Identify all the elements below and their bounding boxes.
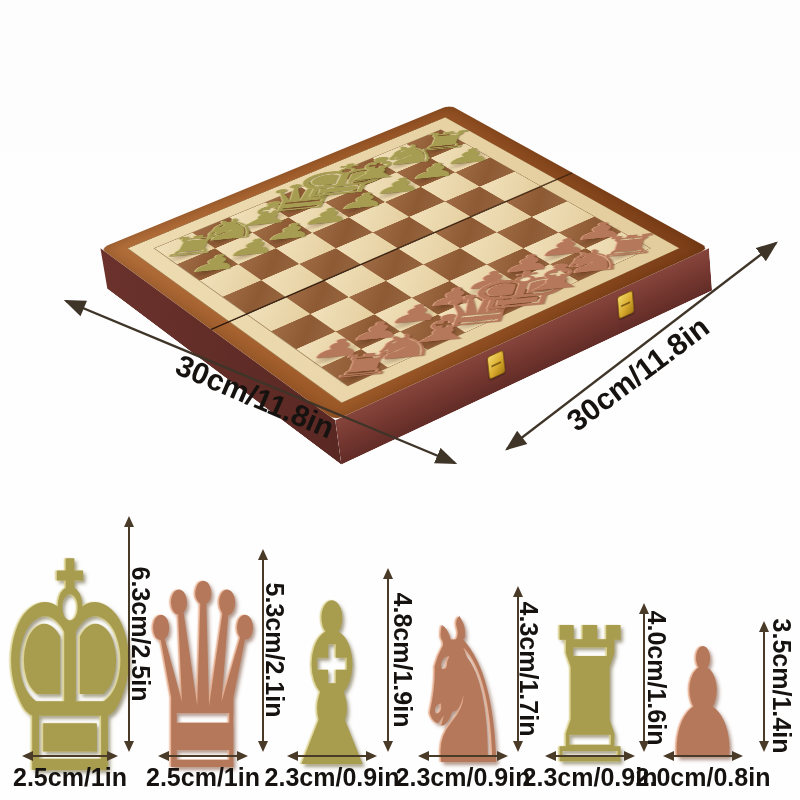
base-label-queen: 2.5cm/1in (146, 763, 260, 792)
figure-copper-queen: ♛ (137, 551, 270, 745)
gold-clasp-icon (617, 290, 634, 319)
base-arrow-knight (422, 755, 504, 757)
product-photo-stage: ♜♞♝♛♚♝♞♜♟♟♟♟♟♟♟♟♟♟♟♟♟♟♟♟♜♞♝♛♚♝♞♜ 30cm/11… (0, 0, 800, 800)
base-arrow-rook (549, 755, 631, 757)
base-label-pawn: 2.0cm/0.8in (636, 763, 771, 792)
base-arrow-queen (162, 755, 244, 757)
gold-clasp-icon (487, 350, 506, 380)
figure-brass-rook: ♜ (542, 604, 639, 745)
board-scene: ♜♞♝♛♚♝♞♜♟♟♟♟♟♟♟♟♟♟♟♟♟♟♟♟♜♞♝♛♚♝♞♜ (0, 0, 800, 567)
base-arrow-bishop (291, 755, 373, 757)
figure-brass-bishop: ♝ (274, 575, 390, 745)
height-arrow-pawn (763, 625, 765, 748)
height-label-pawn: 3.5cm/1.4in (767, 619, 796, 754)
base-label-king: 2.5cm/1in (13, 763, 127, 792)
base-label-bishop: 2.3cm/0.9in (265, 763, 400, 792)
base-label-knight: 2.3cm/0.9in (396, 763, 531, 792)
base-arrow-king (26, 755, 114, 757)
piece-size-chart: ♚6.3cm/2.5in2.5cm/1in♛5.3cm/2.1in2.5cm/1… (0, 488, 800, 800)
base-arrow-pawn (667, 755, 739, 757)
chess-board: ♜♞♝♛♚♝♞♜♟♟♟♟♟♟♟♟♟♟♟♟♟♟♟♟♜♞♝♛♚♝♞♜ (100, 105, 709, 420)
figure-copper-pawn: ♟ (663, 629, 742, 745)
height-label-knight: 4.3cm/1.7in (514, 602, 543, 737)
figure-copper-knight: ♞ (411, 593, 515, 745)
figure-brass-king: ♚ (0, 525, 145, 745)
